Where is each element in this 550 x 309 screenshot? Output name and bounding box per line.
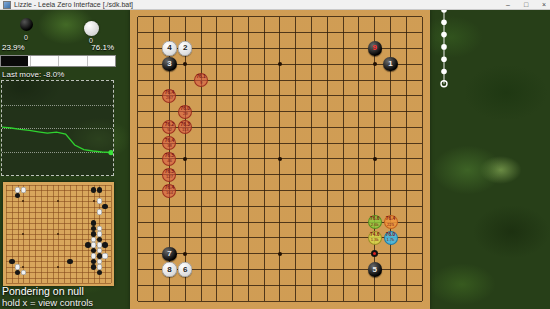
- board-point-P3[interactable]: [351, 262, 367, 278]
- board-point-O4[interactable]: [335, 246, 351, 262]
- board-point-H16[interactable]: [241, 56, 257, 72]
- board-point-Q2[interactable]: [367, 277, 383, 293]
- board-point-S2[interactable]: [398, 277, 414, 293]
- board-point-Q13[interactable]: [367, 104, 383, 120]
- board-point-G9[interactable]: [225, 167, 241, 183]
- board-point-N13[interactable]: [319, 104, 335, 120]
- board-point-L10[interactable]: [288, 151, 304, 167]
- candidate-move-C11[interactable]: 76.438: [162, 136, 176, 150]
- board-point-B11[interactable]: [146, 135, 162, 151]
- board-point-B16[interactable]: [146, 56, 162, 72]
- board-point-O9[interactable]: [335, 167, 351, 183]
- board-point-K7[interactable]: [272, 198, 288, 214]
- board-point-L3[interactable]: [288, 262, 304, 278]
- board-point-N14[interactable]: [319, 88, 335, 104]
- board-point-O16[interactable]: [335, 56, 351, 72]
- board-point-R17[interactable]: [383, 41, 399, 57]
- board-point-H4[interactable]: [241, 246, 257, 262]
- board-point-H18[interactable]: [241, 25, 257, 41]
- board-point-T7[interactable]: [414, 198, 430, 214]
- board-point-R4[interactable]: [383, 246, 399, 262]
- board-point-B17[interactable]: [146, 41, 162, 57]
- board-point-L9[interactable]: [288, 167, 304, 183]
- board-point-B13[interactable]: [146, 104, 162, 120]
- board-point-H8[interactable]: [241, 183, 257, 199]
- board-point-R9[interactable]: [383, 167, 399, 183]
- board-point-H7[interactable]: [241, 198, 257, 214]
- board-point-L2[interactable]: [288, 277, 304, 293]
- board-point-C2[interactable]: [162, 277, 178, 293]
- board-point-F1[interactable]: [209, 293, 225, 309]
- board-point-J8[interactable]: [256, 183, 272, 199]
- board-point-J7[interactable]: [256, 198, 272, 214]
- board-point-N16[interactable]: [319, 56, 335, 72]
- board-point-D15[interactable]: [177, 72, 193, 88]
- board-point-A17[interactable]: [130, 41, 146, 57]
- board-point-G3[interactable]: [225, 262, 241, 278]
- board-point-R6[interactable]: 76.4225: [383, 214, 399, 230]
- board-point-P4[interactable]: [351, 246, 367, 262]
- board-point-H1[interactable]: [241, 293, 257, 309]
- board-point-F7[interactable]: [209, 198, 225, 214]
- board-point-G8[interactable]: [225, 183, 241, 199]
- board-point-J17[interactable]: [256, 41, 272, 57]
- board-point-N18[interactable]: [319, 25, 335, 41]
- board-point-O15[interactable]: [335, 72, 351, 88]
- board-point-M8[interactable]: [304, 183, 320, 199]
- board-point-J14[interactable]: [256, 88, 272, 104]
- board-point-A15[interactable]: [130, 72, 146, 88]
- board-point-E8[interactable]: [193, 183, 209, 199]
- board-point-N7[interactable]: [319, 198, 335, 214]
- board-point-R5[interactable]: 76.01.7k: [383, 230, 399, 246]
- board-point-F16[interactable]: [209, 56, 225, 72]
- board-point-B10[interactable]: [146, 151, 162, 167]
- board-point-F8[interactable]: [209, 183, 225, 199]
- board-point-Q18[interactable]: [367, 25, 383, 41]
- board-point-K1[interactable]: [272, 293, 288, 309]
- board-point-J18[interactable]: [256, 25, 272, 41]
- board-point-H2[interactable]: [241, 277, 257, 293]
- board-point-L8[interactable]: [288, 183, 304, 199]
- board-point-E5[interactable]: [193, 230, 209, 246]
- candidate-move-C8[interactable]: 76.4164: [162, 184, 176, 198]
- board-point-Q11[interactable]: [367, 135, 383, 151]
- board-point-G14[interactable]: [225, 88, 241, 104]
- board-point-R18[interactable]: [383, 25, 399, 41]
- board-point-J1[interactable]: [256, 293, 272, 309]
- board-point-N19[interactable]: [319, 9, 335, 25]
- board-point-L13[interactable]: [288, 104, 304, 120]
- board-point-S10[interactable]: [398, 151, 414, 167]
- board-point-F5[interactable]: [209, 230, 225, 246]
- board-point-E12[interactable]: [193, 120, 209, 136]
- board-point-K9[interactable]: [272, 167, 288, 183]
- board-point-P13[interactable]: [351, 104, 367, 120]
- board-point-C8[interactable]: 76.4164: [162, 183, 178, 199]
- candidate-move-C9[interactable]: 76.5127: [162, 168, 176, 182]
- board-point-J3[interactable]: [256, 262, 272, 278]
- board-point-C15[interactable]: [162, 72, 178, 88]
- board-point-B7[interactable]: [146, 198, 162, 214]
- board-point-J11[interactable]: [256, 135, 272, 151]
- board-point-K16[interactable]: [272, 56, 288, 72]
- board-point-O5[interactable]: [335, 230, 351, 246]
- board-point-E4[interactable]: [193, 246, 209, 262]
- board-point-S15[interactable]: [398, 72, 414, 88]
- board-point-Q19[interactable]: [367, 9, 383, 25]
- board-point-A11[interactable]: [130, 135, 146, 151]
- board-point-F14[interactable]: [209, 88, 225, 104]
- board-point-J19[interactable]: [256, 9, 272, 25]
- board-point-E14[interactable]: [193, 88, 209, 104]
- board-point-C11[interactable]: 76.438: [162, 135, 178, 151]
- board-point-M15[interactable]: [304, 72, 320, 88]
- board-point-L7[interactable]: [288, 198, 304, 214]
- candidate-move-Q5[interactable]: 74.61.3k: [368, 231, 382, 245]
- board-point-S12[interactable]: [398, 120, 414, 136]
- board-point-P14[interactable]: [351, 88, 367, 104]
- board-point-T18[interactable]: [414, 25, 430, 41]
- board-point-N11[interactable]: [319, 135, 335, 151]
- board-point-J12[interactable]: [256, 120, 272, 136]
- board-point-T1[interactable]: [414, 293, 430, 309]
- board-point-K8[interactable]: [272, 183, 288, 199]
- board-point-S9[interactable]: [398, 167, 414, 183]
- board-point-D6[interactable]: [177, 214, 193, 230]
- board-point-H5[interactable]: [241, 230, 257, 246]
- board-point-B3[interactable]: [146, 262, 162, 278]
- board-point-M13[interactable]: [304, 104, 320, 120]
- board-point-G7[interactable]: [225, 198, 241, 214]
- board-point-N5[interactable]: [319, 230, 335, 246]
- board-point-J4[interactable]: [256, 246, 272, 262]
- board-point-M18[interactable]: [304, 25, 320, 41]
- board-point-D2[interactable]: [177, 277, 193, 293]
- board-point-C1[interactable]: [162, 293, 178, 309]
- board-point-K6[interactable]: [272, 214, 288, 230]
- board-point-D18[interactable]: [177, 25, 193, 41]
- board-point-R8[interactable]: [383, 183, 399, 199]
- board-point-F17[interactable]: [209, 41, 225, 57]
- board-point-E15[interactable]: 76.19: [193, 72, 209, 88]
- board-point-A3[interactable]: [130, 262, 146, 278]
- board-point-C19[interactable]: [162, 9, 178, 25]
- board-point-R15[interactable]: [383, 72, 399, 88]
- board-point-G4[interactable]: [225, 246, 241, 262]
- board-point-R14[interactable]: [383, 88, 399, 104]
- board-point-T9[interactable]: [414, 167, 430, 183]
- board-point-G11[interactable]: [225, 135, 241, 151]
- board-point-P18[interactable]: [351, 25, 367, 41]
- board-point-T10[interactable]: [414, 151, 430, 167]
- board-point-C12[interactable]: 76.252: [162, 120, 178, 136]
- board-point-D11[interactable]: [177, 135, 193, 151]
- board-point-T13[interactable]: [414, 104, 430, 120]
- board-point-C18[interactable]: [162, 25, 178, 41]
- board-point-F15[interactable]: [209, 72, 225, 88]
- board-point-S16[interactable]: [398, 56, 414, 72]
- board-point-P16[interactable]: [351, 56, 367, 72]
- board-point-C14[interactable]: 76.4287: [162, 88, 178, 104]
- board-point-A18[interactable]: [130, 25, 146, 41]
- board-point-D8[interactable]: [177, 183, 193, 199]
- board-point-S18[interactable]: [398, 25, 414, 41]
- board-point-M10[interactable]: [304, 151, 320, 167]
- board-point-T6[interactable]: [414, 214, 430, 230]
- board-point-N15[interactable]: [319, 72, 335, 88]
- board-point-D9[interactable]: [177, 167, 193, 183]
- board-point-Q4[interactable]: [367, 246, 383, 262]
- board-point-H15[interactable]: [241, 72, 257, 88]
- move-tree-node[interactable]: [441, 32, 447, 38]
- board-point-B4[interactable]: [146, 246, 162, 262]
- board-point-O11[interactable]: [335, 135, 351, 151]
- candidate-move-R6[interactable]: 76.4225: [384, 215, 398, 229]
- board-point-A8[interactable]: [130, 183, 146, 199]
- board-point-L16[interactable]: [288, 56, 304, 72]
- board-point-G17[interactable]: [225, 41, 241, 57]
- board-point-S13[interactable]: [398, 104, 414, 120]
- board-point-C10[interactable]: 76.546: [162, 151, 178, 167]
- board-point-H3[interactable]: [241, 262, 257, 278]
- board-point-N1[interactable]: [319, 293, 335, 309]
- board-point-K2[interactable]: [272, 277, 288, 293]
- board-point-M2[interactable]: [304, 277, 320, 293]
- board-point-K5[interactable]: [272, 230, 288, 246]
- board-point-B12[interactable]: [146, 120, 162, 136]
- board-point-N2[interactable]: [319, 277, 335, 293]
- board-point-M16[interactable]: [304, 56, 320, 72]
- board-point-Q3[interactable]: 5: [367, 262, 383, 278]
- board-point-E1[interactable]: [193, 293, 209, 309]
- candidate-move-E15[interactable]: 76.19: [194, 73, 208, 87]
- board-point-P5[interactable]: [351, 230, 367, 246]
- board-point-C13[interactable]: [162, 104, 178, 120]
- board-point-C9[interactable]: 76.5127: [162, 167, 178, 183]
- board-point-C3[interactable]: 8: [162, 262, 178, 278]
- board-point-J15[interactable]: [256, 72, 272, 88]
- board-point-M12[interactable]: [304, 120, 320, 136]
- board-point-F10[interactable]: [209, 151, 225, 167]
- board-point-C6[interactable]: [162, 214, 178, 230]
- candidate-move-Q6[interactable]: 76.62.6k: [368, 215, 382, 229]
- thumbnail-board[interactable]: [3, 182, 114, 286]
- board-point-G10[interactable]: [225, 151, 241, 167]
- board-point-K13[interactable]: [272, 104, 288, 120]
- board-point-O6[interactable]: [335, 214, 351, 230]
- close-button[interactable]: ×: [540, 0, 548, 10]
- board-point-Q9[interactable]: [367, 167, 383, 183]
- board-point-M19[interactable]: [304, 9, 320, 25]
- board-point-K3[interactable]: [272, 262, 288, 278]
- board-point-E9[interactable]: [193, 167, 209, 183]
- board-point-E7[interactable]: [193, 198, 209, 214]
- board-point-S6[interactable]: [398, 214, 414, 230]
- board-point-P10[interactable]: [351, 151, 367, 167]
- board-point-J9[interactable]: [256, 167, 272, 183]
- board-point-G2[interactable]: [225, 277, 241, 293]
- board-point-A2[interactable]: [130, 277, 146, 293]
- board-point-Q16[interactable]: [367, 56, 383, 72]
- board-point-B15[interactable]: [146, 72, 162, 88]
- board-point-J6[interactable]: [256, 214, 272, 230]
- candidate-move-C14[interactable]: 76.4287: [162, 89, 176, 103]
- board-point-T19[interactable]: [414, 9, 430, 25]
- board-point-O12[interactable]: [335, 120, 351, 136]
- board-point-P15[interactable]: [351, 72, 367, 88]
- board-point-L12[interactable]: [288, 120, 304, 136]
- board-point-M4[interactable]: [304, 246, 320, 262]
- board-point-J13[interactable]: [256, 104, 272, 120]
- board-point-R19[interactable]: [383, 9, 399, 25]
- board-point-L17[interactable]: [288, 41, 304, 57]
- board-point-N9[interactable]: [319, 167, 335, 183]
- board-point-B14[interactable]: [146, 88, 162, 104]
- board-point-M5[interactable]: [304, 230, 320, 246]
- board-point-S7[interactable]: [398, 198, 414, 214]
- board-point-L1[interactable]: [288, 293, 304, 309]
- board-point-G16[interactable]: [225, 56, 241, 72]
- board-point-O3[interactable]: [335, 262, 351, 278]
- board-point-S1[interactable]: [398, 293, 414, 309]
- board-point-H9[interactable]: [241, 167, 257, 183]
- board-point-G15[interactable]: [225, 72, 241, 88]
- board-point-J5[interactable]: [256, 230, 272, 246]
- board-point-G1[interactable]: [225, 293, 241, 309]
- board-point-N17[interactable]: [319, 41, 335, 57]
- board-point-Q15[interactable]: [367, 72, 383, 88]
- move-tree[interactable]: [438, 4, 452, 96]
- board-point-N8[interactable]: [319, 183, 335, 199]
- board-point-D5[interactable]: [177, 230, 193, 246]
- board-point-A7[interactable]: [130, 198, 146, 214]
- board-point-F6[interactable]: [209, 214, 225, 230]
- board-point-A12[interactable]: [130, 120, 146, 136]
- board-point-P2[interactable]: [351, 277, 367, 293]
- board-point-G6[interactable]: [225, 214, 241, 230]
- board-point-L19[interactable]: [288, 9, 304, 25]
- board-point-D13[interactable]: 76.029: [177, 104, 193, 120]
- board-point-G18[interactable]: [225, 25, 241, 41]
- board-point-P19[interactable]: [351, 9, 367, 25]
- board-point-T8[interactable]: [414, 183, 430, 199]
- board-point-E19[interactable]: [193, 9, 209, 25]
- board-point-P17[interactable]: [351, 41, 367, 57]
- board-point-E10[interactable]: [193, 151, 209, 167]
- minimize-button[interactable]: –: [504, 0, 512, 10]
- candidate-move-C10[interactable]: 76.546: [162, 152, 176, 166]
- board-point-A14[interactable]: [130, 88, 146, 104]
- move-tree-node[interactable]: [441, 20, 447, 26]
- board-point-C4[interactable]: 7: [162, 246, 178, 262]
- board-point-F11[interactable]: [209, 135, 225, 151]
- board-point-P1[interactable]: [351, 293, 367, 309]
- board-point-Q14[interactable]: [367, 88, 383, 104]
- board-point-T15[interactable]: [414, 72, 430, 88]
- candidate-move-R5[interactable]: 76.01.7k: [384, 231, 398, 245]
- board-point-E6[interactable]: [193, 214, 209, 230]
- board-point-T14[interactable]: [414, 88, 430, 104]
- board-point-B18[interactable]: [146, 25, 162, 41]
- move-tree-node[interactable]: [441, 69, 447, 75]
- board-point-E13[interactable]: [193, 104, 209, 120]
- board-point-Q7[interactable]: [367, 198, 383, 214]
- board-point-Q17[interactable]: 9: [367, 41, 383, 57]
- board-point-F4[interactable]: [209, 246, 225, 262]
- board-point-J2[interactable]: [256, 277, 272, 293]
- board-point-H13[interactable]: [241, 104, 257, 120]
- board-point-Q5[interactable]: 74.61.3k: [367, 230, 383, 246]
- board-point-K12[interactable]: [272, 120, 288, 136]
- board-point-O1[interactable]: [335, 293, 351, 309]
- board-point-E16[interactable]: [193, 56, 209, 72]
- board-point-N4[interactable]: [319, 246, 335, 262]
- board-point-F18[interactable]: [209, 25, 225, 41]
- board-point-B6[interactable]: [146, 214, 162, 230]
- board-point-K11[interactable]: [272, 135, 288, 151]
- board-point-M11[interactable]: [304, 135, 320, 151]
- board-point-F3[interactable]: [209, 262, 225, 278]
- board-point-A9[interactable]: [130, 167, 146, 183]
- board-point-K14[interactable]: [272, 88, 288, 104]
- board-point-F12[interactable]: [209, 120, 225, 136]
- board-point-S3[interactable]: [398, 262, 414, 278]
- board-point-T17[interactable]: [414, 41, 430, 57]
- board-point-D10[interactable]: [177, 151, 193, 167]
- board-point-E3[interactable]: [193, 262, 209, 278]
- move-tree-node[interactable]: [441, 44, 447, 50]
- board-point-O10[interactable]: [335, 151, 351, 167]
- board-point-A1[interactable]: [130, 293, 146, 309]
- board-point-L6[interactable]: [288, 214, 304, 230]
- board-point-C5[interactable]: [162, 230, 178, 246]
- board-point-O18[interactable]: [335, 25, 351, 41]
- board-point-Q10[interactable]: [367, 151, 383, 167]
- board-point-R3[interactable]: [383, 262, 399, 278]
- board-point-T16[interactable]: [414, 56, 430, 72]
- maximize-button[interactable]: □: [522, 0, 530, 10]
- board-point-O2[interactable]: [335, 277, 351, 293]
- board-point-S4[interactable]: [398, 246, 414, 262]
- board-point-A6[interactable]: [130, 214, 146, 230]
- board-point-S14[interactable]: [398, 88, 414, 104]
- board-point-D17[interactable]: 2: [177, 41, 193, 57]
- board-point-A4[interactable]: [130, 246, 146, 262]
- board-point-E11[interactable]: [193, 135, 209, 151]
- board-point-A16[interactable]: [130, 56, 146, 72]
- board-point-M3[interactable]: [304, 262, 320, 278]
- board-point-O14[interactable]: [335, 88, 351, 104]
- board-point-Q6[interactable]: 76.62.6k: [367, 214, 383, 230]
- board-point-H11[interactable]: [241, 135, 257, 151]
- board-point-R1[interactable]: [383, 293, 399, 309]
- board-point-A10[interactable]: [130, 151, 146, 167]
- board-point-Q1[interactable]: [367, 293, 383, 309]
- board-point-E17[interactable]: [193, 41, 209, 57]
- board-point-G5[interactable]: [225, 230, 241, 246]
- board-point-T4[interactable]: [414, 246, 430, 262]
- board-point-O8[interactable]: [335, 183, 351, 199]
- board-point-K4[interactable]: [272, 246, 288, 262]
- board-point-D4[interactable]: [177, 246, 193, 262]
- board-point-N10[interactable]: [319, 151, 335, 167]
- board-point-D14[interactable]: [177, 88, 193, 104]
- board-point-S19[interactable]: [398, 9, 414, 25]
- board-point-T3[interactable]: [414, 262, 430, 278]
- board-point-P6[interactable]: [351, 214, 367, 230]
- board-point-M6[interactable]: [304, 214, 320, 230]
